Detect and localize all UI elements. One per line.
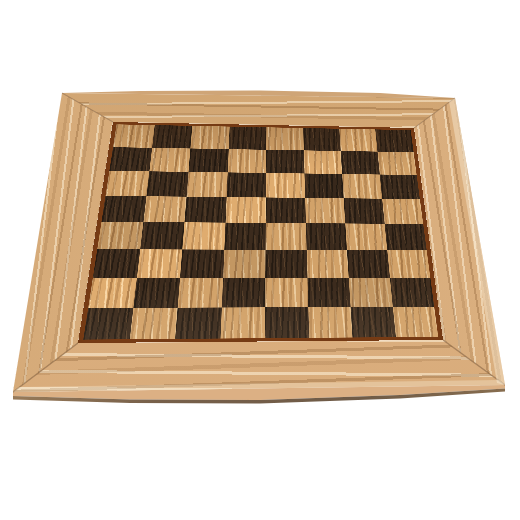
square-e5 <box>266 197 306 223</box>
square-f1 <box>308 307 352 338</box>
square-g4 <box>345 223 387 250</box>
square-c6 <box>187 172 228 197</box>
square-e2 <box>265 278 308 307</box>
square-d1 <box>220 307 265 338</box>
square-e7 <box>266 150 304 174</box>
square-h8 <box>375 129 413 152</box>
square-f7 <box>304 150 342 174</box>
square-h1 <box>393 307 439 338</box>
square-h4 <box>384 224 426 251</box>
square-d5 <box>225 197 266 223</box>
square-a2 <box>88 278 136 308</box>
square-g7 <box>341 151 380 175</box>
square-e8 <box>266 127 303 150</box>
square-a3 <box>93 249 140 278</box>
square-e4 <box>266 223 307 250</box>
square-c3 <box>180 249 224 277</box>
square-h6 <box>380 175 420 199</box>
square-g6 <box>342 174 382 199</box>
square-d3 <box>223 249 266 277</box>
square-c8 <box>190 126 229 149</box>
square-d2 <box>222 278 266 308</box>
square-e3 <box>265 250 307 278</box>
playing-field-with-inlay-border <box>78 122 443 343</box>
square-b7 <box>149 148 190 172</box>
square-a8 <box>113 124 155 147</box>
square-f6 <box>304 173 343 198</box>
square-c5 <box>184 197 226 223</box>
square-g8 <box>339 129 377 152</box>
square-a6 <box>106 171 150 196</box>
square-b6 <box>146 171 188 196</box>
square-a5 <box>102 196 147 222</box>
square-g2 <box>349 278 393 307</box>
square-f4 <box>306 223 347 250</box>
square-e1 <box>265 307 309 338</box>
square-c1 <box>175 307 221 339</box>
square-f8 <box>303 128 341 151</box>
square-g1 <box>351 307 396 338</box>
square-a4 <box>97 222 143 249</box>
square-h5 <box>382 199 423 224</box>
square-f5 <box>305 198 345 224</box>
square-b1 <box>129 308 177 340</box>
square-c4 <box>182 222 225 249</box>
square-d7 <box>227 149 266 173</box>
square-d4 <box>224 223 266 250</box>
square-e6 <box>266 173 305 198</box>
square-d6 <box>226 172 266 197</box>
square-b2 <box>133 278 180 308</box>
square-b4 <box>140 222 184 249</box>
square-h2 <box>390 278 434 307</box>
square-d8 <box>229 127 267 150</box>
square-f2 <box>307 278 350 307</box>
square-h3 <box>387 250 430 278</box>
square-a1 <box>83 308 133 340</box>
square-g5 <box>344 198 385 224</box>
square-b5 <box>143 196 186 222</box>
chessboard-photo <box>0 0 520 520</box>
board-grid <box>83 124 438 339</box>
square-h7 <box>377 151 416 175</box>
square-f3 <box>306 250 348 278</box>
square-c2 <box>178 278 223 308</box>
square-g3 <box>347 250 390 278</box>
square-b8 <box>152 125 192 148</box>
square-b3 <box>137 249 183 278</box>
square-c7 <box>189 148 229 172</box>
square-a7 <box>109 147 152 171</box>
